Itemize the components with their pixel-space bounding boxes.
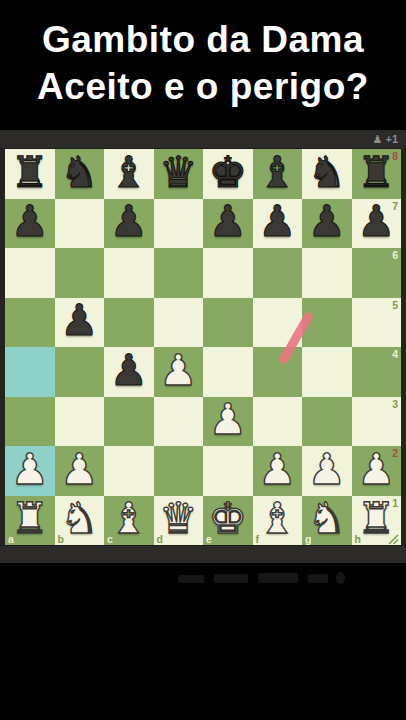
piece-white-rook[interactable]: ♜ <box>5 496 55 546</box>
piece-white-bishop[interactable]: ♝ <box>104 496 154 546</box>
square-f6[interactable] <box>253 248 303 298</box>
square-b3[interactable] <box>55 397 105 447</box>
player-bar <box>0 545 406 563</box>
piece-black-pawn[interactable]: ♟ <box>104 347 154 397</box>
piece-white-pawn[interactable]: ♟ <box>302 446 352 496</box>
video-title: Gambito da Dama Aceito e o perigo? <box>0 0 406 126</box>
material-indicator: ♟ +1 <box>373 130 398 148</box>
piece-white-queen[interactable]: ♛ <box>154 496 204 546</box>
piece-black-queen[interactable]: ♛ <box>154 149 204 199</box>
square-d2[interactable] <box>154 446 204 496</box>
square-e2[interactable] <box>203 446 253 496</box>
coordinate-rank-3: 3 <box>392 399 398 410</box>
square-c6[interactable] <box>104 248 154 298</box>
piece-black-rook[interactable]: ♜ <box>352 149 402 199</box>
board-resize-handle[interactable] <box>387 531 399 543</box>
square-h4[interactable]: 4 <box>352 347 402 397</box>
square-e6[interactable] <box>203 248 253 298</box>
square-a4[interactable] <box>5 347 55 397</box>
piece-black-bishop[interactable]: ♝ <box>104 149 154 199</box>
square-e5[interactable] <box>203 298 253 348</box>
square-d5[interactable] <box>154 298 204 348</box>
piece-black-pawn[interactable]: ♟ <box>352 199 402 249</box>
square-c5[interactable] <box>104 298 154 348</box>
resize-handle-icon <box>387 533 399 545</box>
piece-white-pawn[interactable]: ♟ <box>154 347 204 397</box>
square-a1[interactable]: a♜ <box>5 496 55 546</box>
square-g1[interactable]: g♞ <box>302 496 352 546</box>
title-line-2: Aceito e o perigo? <box>37 68 369 105</box>
square-h6[interactable]: 6 <box>352 248 402 298</box>
square-b2[interactable]: ♟ <box>55 446 105 496</box>
square-d8[interactable]: ♛ <box>154 149 204 199</box>
square-d3[interactable] <box>154 397 204 447</box>
square-h5[interactable]: 5 <box>352 298 402 348</box>
square-c3[interactable] <box>104 397 154 447</box>
watermark-blob <box>258 573 298 583</box>
piece-black-pawn[interactable]: ♟ <box>253 199 303 249</box>
square-g3[interactable] <box>302 397 352 447</box>
square-d6[interactable] <box>154 248 204 298</box>
square-h2[interactable]: 2♟ <box>352 446 402 496</box>
watermark-blob <box>178 575 204 583</box>
square-e8[interactable]: ♚ <box>203 149 253 199</box>
square-b8[interactable]: ♞ <box>55 149 105 199</box>
square-e4[interactable] <box>203 347 253 397</box>
square-b1[interactable]: b♞ <box>55 496 105 546</box>
piece-white-pawn[interactable]: ♟ <box>55 446 105 496</box>
piece-white-pawn[interactable]: ♟ <box>5 446 55 496</box>
chess-board[interactable]: ♜♞♝♛♚♝♞8♜♟♟♟♟♟7♟6♟5♟♟4♟3♟♟♟♟2♟a♜b♞c♝d♛e♚… <box>5 149 401 545</box>
piece-black-pawn[interactable]: ♟ <box>203 199 253 249</box>
square-a3[interactable] <box>5 397 55 447</box>
piece-white-bishop[interactable]: ♝ <box>253 496 303 546</box>
square-g6[interactable] <box>302 248 352 298</box>
square-a6[interactable] <box>5 248 55 298</box>
piece-black-king[interactable]: ♚ <box>203 149 253 199</box>
square-a5[interactable] <box>5 298 55 348</box>
square-f3[interactable] <box>253 397 303 447</box>
square-c1[interactable]: c♝ <box>104 496 154 546</box>
piece-black-bishop[interactable]: ♝ <box>253 149 303 199</box>
square-g8[interactable]: ♞ <box>302 149 352 199</box>
coordinate-rank-5: 5 <box>392 300 398 311</box>
square-f1[interactable]: f♝ <box>253 496 303 546</box>
square-d1[interactable]: d♛ <box>154 496 204 546</box>
watermark-blob <box>336 572 345 584</box>
title-line-1: Gambito da Dama <box>42 21 364 58</box>
watermark-smudge <box>0 571 406 589</box>
piece-black-rook[interactable]: ♜ <box>5 149 55 199</box>
piece-black-pawn[interactable]: ♟ <box>5 199 55 249</box>
captured-pawn-icon: ♟ <box>373 134 383 145</box>
material-count: +1 <box>385 133 398 145</box>
square-h8[interactable]: 8♜ <box>352 149 402 199</box>
square-f5[interactable] <box>253 298 303 348</box>
square-c7[interactable]: ♟ <box>104 199 154 249</box>
piece-white-king[interactable]: ♚ <box>203 496 253 546</box>
piece-black-knight[interactable]: ♞ <box>302 149 352 199</box>
square-a8[interactable]: ♜ <box>5 149 55 199</box>
coordinate-rank-4: 4 <box>392 349 398 360</box>
board-wrap: ♜♞♝♛♚♝♞8♜♟♟♟♟♟7♟6♟5♟♟4♟3♟♟♟♟2♟a♜b♞c♝d♛e♚… <box>5 149 401 545</box>
square-b4[interactable] <box>55 347 105 397</box>
watermark-blob <box>308 574 328 583</box>
square-f4[interactable] <box>253 347 303 397</box>
square-e1[interactable]: e♚ <box>203 496 253 546</box>
square-b7[interactable] <box>55 199 105 249</box>
square-f2[interactable]: ♟ <box>253 446 303 496</box>
square-c2[interactable] <box>104 446 154 496</box>
square-c8[interactable]: ♝ <box>104 149 154 199</box>
square-g2[interactable]: ♟ <box>302 446 352 496</box>
piece-black-pawn[interactable]: ♟ <box>55 298 105 348</box>
square-e3[interactable]: ♟ <box>203 397 253 447</box>
square-c4[interactable]: ♟ <box>104 347 154 397</box>
piece-white-pawn[interactable]: ♟ <box>253 446 303 496</box>
square-a2[interactable]: ♟ <box>5 446 55 496</box>
square-g5[interactable] <box>302 298 352 348</box>
square-h3[interactable]: 3 <box>352 397 402 447</box>
screenshot-root: Gambito da Dama Aceito e o perigo? ♟ +1 … <box>0 0 406 720</box>
square-f7[interactable]: ♟ <box>253 199 303 249</box>
chess-app-panel: ♟ +1 ♜♞♝♛♚♝♞8♜♟♟♟♟♟7♟6♟5♟♟4♟3♟♟♟♟2♟a♜b♞c… <box>0 130 406 563</box>
piece-black-knight[interactable]: ♞ <box>55 149 105 199</box>
square-d4[interactable]: ♟ <box>154 347 204 397</box>
coordinate-rank-6: 6 <box>392 250 398 261</box>
square-h7[interactable]: 7♟ <box>352 199 402 249</box>
square-b5[interactable]: ♟ <box>55 298 105 348</box>
square-g4[interactable] <box>302 347 352 397</box>
watermark-blob <box>214 574 248 583</box>
square-b6[interactable] <box>55 248 105 298</box>
piece-black-pawn[interactable]: ♟ <box>302 199 352 249</box>
piece-white-pawn[interactable]: ♟ <box>203 397 253 447</box>
square-f8[interactable]: ♝ <box>253 149 303 199</box>
square-a7[interactable]: ♟ <box>5 199 55 249</box>
piece-white-knight[interactable]: ♞ <box>302 496 352 546</box>
square-g7[interactable]: ♟ <box>302 199 352 249</box>
square-e7[interactable]: ♟ <box>203 199 253 249</box>
piece-white-pawn[interactable]: ♟ <box>352 446 402 496</box>
piece-black-pawn[interactable]: ♟ <box>104 199 154 249</box>
piece-white-knight[interactable]: ♞ <box>55 496 105 546</box>
square-d7[interactable] <box>154 199 204 249</box>
